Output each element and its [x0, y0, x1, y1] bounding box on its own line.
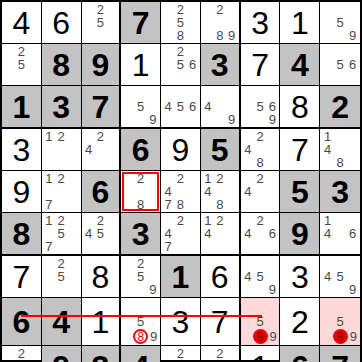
cell-r3c5[interactable]: 456	[161, 86, 201, 129]
cell-r8c1[interactable]: 6	[2, 298, 42, 346]
cell-r2c3[interactable]: 9	[82, 44, 122, 86]
solved-digit: 7	[12, 261, 30, 293]
candidate-7: 7	[165, 198, 172, 211]
candidate-2: 2	[256, 172, 263, 185]
candidate-4: 4	[244, 227, 251, 240]
solved-digit: 3	[172, 306, 190, 338]
candidate-4: 4	[244, 143, 251, 156]
cell-r5c7[interactable]: 24	[241, 171, 281, 213]
cell-r4c4[interactable]: 6	[121, 129, 161, 171]
cell-r9c9[interactable]: 7	[320, 346, 360, 362]
cell-r5c5[interactable]: 2478	[161, 171, 201, 213]
cell-r4c3[interactable]: 24	[82, 129, 122, 171]
given-digit: 3	[331, 176, 349, 208]
solved-digit: 6	[211, 261, 229, 293]
given-digit: 6	[12, 306, 30, 338]
cell-r2c4[interactable]: 1	[121, 44, 161, 86]
candidate-4: 4	[324, 270, 331, 283]
given-digit: 4	[52, 306, 70, 338]
given-digit: 8	[12, 218, 30, 250]
cell-r3c2[interactable]: 3	[42, 86, 82, 129]
cell-r5c3[interactable]: 6	[82, 171, 122, 213]
solved-digit: 7	[291, 134, 309, 166]
solved-digit: 1	[92, 306, 110, 338]
cell-r7c2[interactable]: 25	[42, 256, 82, 298]
cell-r9c5[interactable]: 258	[161, 346, 201, 362]
cell-r9c2[interactable]: 9	[42, 346, 82, 362]
cell-r7c8[interactable]: 3	[280, 256, 320, 298]
given-digit: 8	[52, 49, 70, 81]
candidate-4: 4	[165, 100, 172, 113]
candidate-8: 8	[216, 29, 223, 42]
candidate-5: 5	[58, 270, 65, 283]
cell-r3c8[interactable]: 8	[280, 86, 320, 129]
candidate-4: 4	[204, 185, 211, 198]
solved-digit: 1	[251, 351, 269, 362]
candidate-2: 2	[137, 172, 144, 185]
cell-r6c7[interactable]: 246	[241, 213, 281, 256]
cell-r9c4[interactable]: 4	[121, 346, 161, 362]
cell-r8c6[interactable]: 7	[201, 298, 241, 346]
candidate-5: 5	[177, 58, 184, 71]
candidate-1: 1	[45, 130, 52, 143]
cell-r6c9[interactable]: 146	[320, 213, 360, 256]
cell-r6c4[interactable]: 3	[121, 213, 161, 256]
given-digit: 9	[52, 351, 70, 362]
cell-r5c1[interactable]: 9	[2, 171, 42, 213]
candidate-5: 5	[137, 270, 144, 283]
solved-digit: 1	[132, 49, 150, 81]
cell-r2c1[interactable]: 25	[2, 44, 42, 86]
candidate-5: 5	[336, 16, 343, 29]
solved-digit: 6	[52, 7, 70, 39]
given-digit: 6	[132, 134, 150, 166]
cell-r3c4[interactable]: 59	[121, 86, 161, 129]
candidate-4: 4	[204, 100, 211, 113]
cell-r1c9[interactable]: 59	[320, 2, 360, 44]
cell-r1c4[interactable]: 7	[121, 2, 161, 44]
candidate-9: 9	[349, 29, 356, 42]
candidate-5: 5	[18, 58, 25, 71]
given-digit: 6	[291, 351, 309, 362]
candidate-5: 5	[336, 58, 343, 71]
candidate-2: 2	[97, 130, 104, 143]
candidate-4: 4	[244, 270, 251, 283]
candidate-5: 5	[336, 270, 343, 283]
candidate-6: 6	[269, 227, 276, 240]
cell-r3c7[interactable]: 569	[241, 86, 281, 129]
cell-r2c7[interactable]: 7	[241, 44, 281, 86]
candidate-2: 2	[58, 172, 65, 185]
cell-r5c2[interactable]: 127	[42, 171, 82, 213]
candidate-5: 5	[256, 315, 263, 328]
cell-r9c6[interactable]: 28	[201, 346, 241, 362]
cell-r6c5[interactable]: 247	[161, 213, 201, 256]
cell-r6c8[interactable]: 9	[280, 213, 320, 256]
cell-r1c6[interactable]: 289	[201, 2, 241, 44]
cell-r5c4[interactable]: 28	[121, 171, 161, 213]
cell-r2c8[interactable]: 4	[280, 44, 320, 86]
cell-r5c6[interactable]: 1248	[201, 171, 241, 213]
cell-r4c9[interactable]: 148	[320, 129, 360, 171]
candidate-5: 5	[137, 100, 144, 113]
cell-r6c2[interactable]: 1257	[42, 213, 82, 256]
given-digit: 1	[172, 261, 190, 293]
candidate-2: 2	[256, 214, 263, 227]
candidate-4: 4	[85, 227, 92, 240]
candidate-2: 2	[216, 214, 223, 227]
candidate-1: 1	[45, 214, 52, 227]
candidate-7: 7	[165, 240, 172, 253]
candidate-9: 9	[150, 330, 157, 343]
solved-digit: 8	[92, 261, 110, 293]
candidate-4: 4	[85, 143, 92, 156]
candidate-8: 8	[216, 198, 223, 211]
candidate-2: 2	[58, 130, 65, 143]
candidate-8: 8	[177, 198, 184, 211]
cell-r5c9[interactable]: 3	[320, 171, 360, 213]
solved-digit: 3	[291, 261, 309, 293]
sudoku-board: 4625725828931592589125637456137594564956…	[0, 0, 362, 362]
candidate-5: 5	[256, 100, 263, 113]
cell-r6c6[interactable]: 124	[201, 213, 241, 256]
cell-r5c8[interactable]: 5	[280, 171, 320, 213]
cell-r9c1[interactable]: 25	[2, 346, 42, 362]
candidate-5: 5	[97, 16, 104, 29]
candidate-8: 8	[137, 198, 144, 211]
cell-r4c5[interactable]: 9	[161, 129, 201, 171]
cell-r7c9[interactable]: 459	[320, 256, 360, 298]
cell-r7c7[interactable]: 459	[241, 256, 281, 298]
cell-r2c5[interactable]: 256	[161, 44, 201, 86]
candidate-9: 9	[269, 330, 276, 343]
candidate-9: 9	[228, 113, 235, 126]
candidate-5: 5	[137, 315, 144, 328]
candidate-6: 6	[349, 227, 356, 240]
candidate-2: 2	[216, 3, 223, 16]
cell-r1c1[interactable]: 4	[2, 2, 42, 44]
candidate-9: 9	[269, 283, 276, 296]
candidate-5: 5	[336, 315, 343, 328]
cell-r3c6[interactable]: 49	[201, 86, 241, 129]
given-digit: 7	[92, 91, 110, 123]
cell-r3c9[interactable]: 2	[320, 86, 360, 129]
candidate-2: 2	[177, 172, 184, 185]
cell-r7c1[interactable]: 7	[2, 256, 42, 298]
candidate-5: 5	[256, 270, 263, 283]
candidate-8: 8	[133, 329, 148, 344]
cell-r7c3[interactable]: 8	[82, 256, 122, 298]
cell-r3c1[interactable]: 1	[2, 86, 42, 129]
solved-digit: 7	[211, 306, 229, 338]
cell-r2c9[interactable]: 56	[320, 44, 360, 86]
cell-r7c5[interactable]: 1	[161, 256, 201, 298]
cell-r1c3[interactable]: 25	[82, 2, 122, 44]
cell-r7c6[interactable]: 6	[201, 256, 241, 298]
candidate-4: 4	[324, 143, 331, 156]
cell-r8c2[interactable]: 4	[42, 298, 82, 346]
given-digit: 4	[132, 351, 150, 362]
given-digit: 9	[291, 218, 309, 250]
solved-digit: 9	[172, 134, 190, 166]
candidate-1: 1	[45, 172, 52, 185]
cell-r8c5[interactable]: 3	[161, 298, 201, 346]
candidate-6: 6	[189, 100, 196, 113]
given-digit: 3	[92, 351, 110, 362]
candidate-5: 5	[58, 227, 65, 240]
candidate-5: 5	[177, 100, 184, 113]
given-digit: 6	[92, 176, 110, 208]
candidate-8: 8	[177, 29, 184, 42]
candidate-9: 9	[350, 330, 357, 343]
given-digit: 3	[52, 91, 70, 123]
candidate-9: 9	[228, 29, 235, 42]
cell-r9c8[interactable]: 6	[280, 346, 320, 362]
solved-digit: 1	[291, 7, 309, 39]
solved-digit: 3	[12, 134, 30, 166]
candidate-6: 6	[349, 58, 356, 71]
candidate-4: 4	[244, 185, 251, 198]
solved-digit: 4	[12, 7, 30, 39]
cell-r1c8[interactable]: 1	[280, 2, 320, 44]
cell-r7c4[interactable]: 259	[121, 256, 161, 298]
cell-r6c1[interactable]: 8	[2, 213, 42, 256]
cell-r4c6[interactable]: 5	[201, 129, 241, 171]
solved-digit: 2	[291, 306, 309, 338]
given-digit: 5	[211, 134, 229, 166]
cell-r9c7[interactable]: 1	[241, 346, 281, 362]
cell-r1c2[interactable]: 6	[42, 2, 82, 44]
candidate-2: 2	[216, 347, 223, 360]
solved-digit: 7	[251, 49, 269, 81]
given-digit: 9	[92, 49, 110, 81]
candidate-5: 5	[97, 227, 104, 240]
candidate-7: 7	[45, 198, 52, 211]
cell-r9c3[interactable]: 3	[82, 346, 122, 362]
solved-digit: 3	[251, 7, 269, 39]
candidate-4: 4	[204, 227, 211, 240]
cell-r4c2[interactable]: 12	[42, 129, 82, 171]
cell-r8c3[interactable]: 1	[82, 298, 122, 346]
candidate-7: 7	[45, 240, 52, 253]
cell-r4c7[interactable]: 248	[241, 129, 281, 171]
given-digit: 5	[291, 176, 309, 208]
cell-r4c1[interactable]: 3	[2, 129, 42, 171]
cell-r1c5[interactable]: 258	[161, 2, 201, 44]
candidate-9: 9	[349, 283, 356, 296]
cell-r6c3[interactable]: 245	[82, 213, 122, 256]
cell-r8c7[interactable]: 589	[241, 298, 281, 346]
candidate-8: 8	[253, 329, 268, 344]
given-digit: 3	[211, 49, 229, 81]
cell-r3c3[interactable]: 7	[82, 86, 122, 129]
candidate-2: 2	[256, 130, 263, 143]
candidate-8: 8	[256, 156, 263, 169]
cell-r2c6[interactable]: 3	[201, 44, 241, 86]
solved-digit: 8	[291, 91, 309, 123]
cell-r8c9[interactable]: 589	[320, 298, 360, 346]
candidate-8: 8	[336, 156, 343, 169]
given-digit: 4	[291, 49, 309, 81]
cell-r1c7[interactable]: 3	[241, 2, 281, 44]
candidate-9: 9	[149, 283, 156, 296]
cell-r8c4[interactable]: 589	[121, 298, 161, 346]
candidate-2: 2	[216, 172, 223, 185]
cell-r8c8[interactable]: 2	[280, 298, 320, 346]
solved-digit: 9	[12, 176, 30, 208]
cell-r4c8[interactable]: 7	[280, 129, 320, 171]
candidate-8: 8	[333, 329, 348, 344]
given-digit: 3	[132, 218, 150, 250]
candidate-9: 9	[149, 113, 156, 126]
given-digit: 7	[132, 7, 150, 39]
candidate-9: 9	[269, 113, 276, 126]
candidate-6: 6	[189, 58, 196, 71]
given-digit: 2	[331, 91, 349, 123]
given-digit: 1	[12, 91, 30, 123]
given-digit: 7	[331, 351, 349, 362]
candidate-2: 2	[177, 214, 184, 227]
candidate-4: 4	[324, 227, 331, 240]
cell-r2c2[interactable]: 8	[42, 44, 82, 86]
